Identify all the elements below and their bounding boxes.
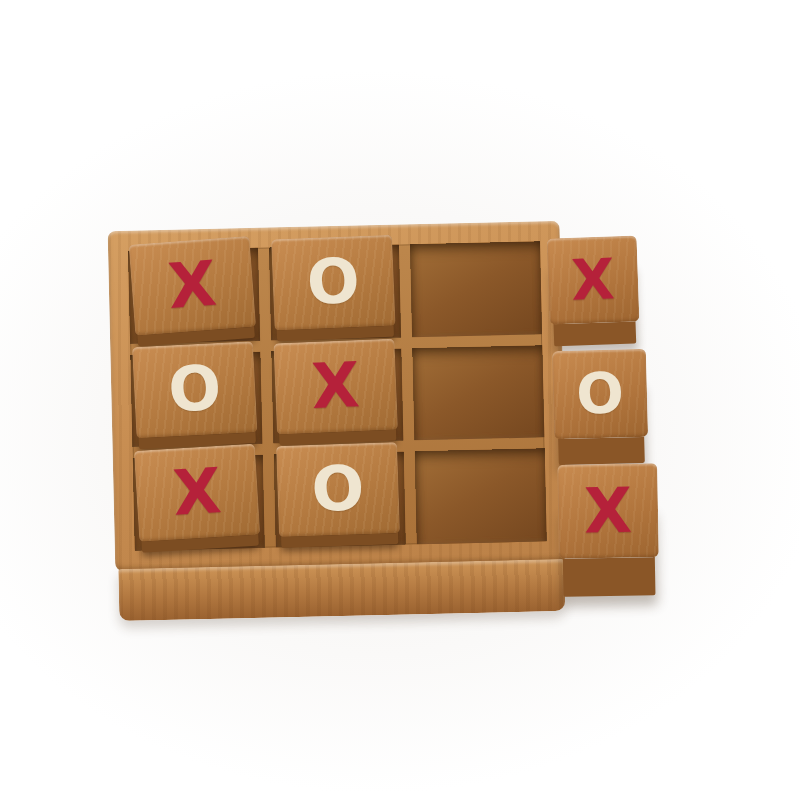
cell-r1c1[interactable]: X [271,348,403,444]
piece-block-x[interactable]: X [273,338,398,433]
spare-block-o-middle[interactable]: O [552,349,648,439]
board-front-edge [118,559,565,621]
o-mark: O [311,458,366,522]
product-photo-scene: X O O X [0,0,800,800]
piece-block-o[interactable]: O [276,442,400,537]
tictactoe-board: X O O X [108,221,569,625]
piece-block-o[interactable]: O [271,235,396,330]
o-mark: O [306,250,361,314]
cell-r0c2-empty[interactable] [410,241,542,337]
cell-r1c0[interactable]: O [130,351,262,447]
spare-block-x-top[interactable]: X [547,235,640,324]
x-mark: X [311,354,361,418]
spare-block-x-bottom[interactable]: X [557,463,659,559]
o-mark: O [167,357,223,422]
x-mark: X [570,251,615,308]
piece-block-x[interactable]: X [129,236,256,335]
cell-r2c1[interactable]: O [274,452,406,548]
cell-r2c2-empty[interactable] [415,449,547,545]
x-mark: X [171,460,223,525]
piece-block-x[interactable]: X [134,444,260,542]
cell-r0c1[interactable]: O [269,245,401,341]
x-mark: X [584,480,633,543]
piece-block-o[interactable]: O [132,341,257,438]
board-grid: X O O X [128,241,547,550]
board-frame: X O O X [108,221,568,571]
cell-r2c0[interactable]: X [133,455,265,551]
o-mark: O [575,365,624,422]
cell-r0c0[interactable]: X [128,248,260,344]
x-mark: X [166,253,218,318]
cell-r1c2-empty[interactable] [412,345,544,441]
